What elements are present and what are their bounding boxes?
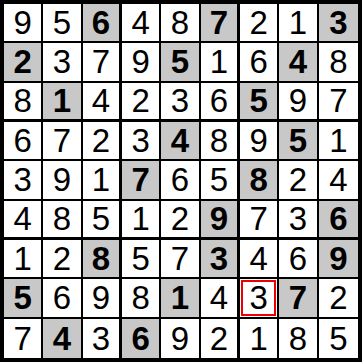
cell-r3c1[interactable]: 8 bbox=[4, 83, 43, 122]
cell-r1c6[interactable]: 7 bbox=[201, 4, 240, 43]
cell-r2c8[interactable]: 4 bbox=[279, 43, 318, 82]
cell-r1c5[interactable]: 8 bbox=[161, 4, 200, 43]
cell-digit: 8 bbox=[210, 124, 228, 157]
cell-digit: 7 bbox=[249, 202, 267, 235]
cell-r1c2[interactable]: 5 bbox=[43, 4, 82, 43]
cell-digit: 4 bbox=[210, 281, 228, 314]
cell-r2c7[interactable]: 6 bbox=[240, 43, 279, 82]
cell-r5c5[interactable]: 6 bbox=[161, 161, 200, 200]
cell-r1c1[interactable]: 9 bbox=[4, 4, 43, 43]
cell-digit: 5 bbox=[171, 45, 189, 78]
cell-digit: 2 bbox=[92, 124, 110, 157]
cell-r6c4[interactable]: 1 bbox=[122, 201, 161, 240]
cell-digit: 3 bbox=[13, 163, 31, 196]
cell-r7c7[interactable]: 4 bbox=[240, 240, 279, 279]
cell-digit: 5 bbox=[92, 202, 110, 235]
cell-r3c5[interactable]: 3 bbox=[161, 83, 200, 122]
cell-r7c9[interactable]: 9 bbox=[319, 240, 358, 279]
cell-digit: 4 bbox=[249, 242, 267, 275]
cell-digit: 3 bbox=[171, 84, 189, 117]
cell-r8c5[interactable]: 1 bbox=[161, 279, 200, 318]
cell-digit: 4 bbox=[53, 322, 71, 355]
cell-digit: 7 bbox=[329, 84, 347, 117]
cell-digit: 1 bbox=[329, 124, 347, 157]
cell-r2c3[interactable]: 7 bbox=[83, 43, 122, 82]
cell-digit: 7 bbox=[92, 45, 110, 78]
cell-r3c2[interactable]: 1 bbox=[43, 83, 82, 122]
cell-r4c8[interactable]: 5 bbox=[279, 122, 318, 161]
cell-digit: 2 bbox=[131, 84, 149, 117]
cell-digit: 8 bbox=[249, 163, 267, 196]
cell-digit: 6 bbox=[13, 124, 31, 157]
cell-r4c4[interactable]: 3 bbox=[122, 122, 161, 161]
cell-digit: 2 bbox=[171, 202, 189, 235]
cell-digit: 8 bbox=[289, 322, 307, 355]
cell-r9c7[interactable]: 1 bbox=[240, 319, 279, 358]
cell-digit: 5 bbox=[249, 84, 267, 117]
cell-r9c8[interactable]: 8 bbox=[279, 319, 318, 358]
cell-r9c3[interactable]: 3 bbox=[83, 319, 122, 358]
cell-digit: 1 bbox=[92, 163, 110, 196]
cell-digit: 1 bbox=[249, 322, 267, 355]
cell-digit: 6 bbox=[53, 281, 71, 314]
cell-digit: 7 bbox=[210, 6, 228, 39]
cell-digit: 5 bbox=[329, 322, 347, 355]
cell-r6c2[interactable]: 8 bbox=[43, 201, 82, 240]
cell-digit: 9 bbox=[289, 84, 307, 117]
cell-digit: 7 bbox=[131, 163, 149, 196]
cell-digit: 8 bbox=[171, 6, 189, 39]
cell-digit: 4 bbox=[289, 45, 307, 78]
cell-digit: 3 bbox=[131, 124, 149, 157]
cell-digit: 1 bbox=[131, 202, 149, 235]
cell-digit: 3 bbox=[92, 322, 110, 355]
cell-digit: 3 bbox=[249, 281, 267, 314]
cell-r2c2[interactable]: 3 bbox=[43, 43, 82, 82]
cell-digit: 5 bbox=[289, 124, 307, 157]
cell-r8c2[interactable]: 6 bbox=[43, 279, 82, 318]
cell-digit: 2 bbox=[249, 6, 267, 39]
cell-digit: 8 bbox=[53, 202, 71, 235]
cell-r4c2[interactable]: 7 bbox=[43, 122, 82, 161]
cell-digit: 4 bbox=[329, 163, 347, 196]
cell-digit: 6 bbox=[210, 84, 228, 117]
cell-digit: 3 bbox=[53, 45, 71, 78]
cell-digit: 1 bbox=[289, 6, 307, 39]
cell-r3c4[interactable]: 2 bbox=[122, 83, 161, 122]
cell-r2c9[interactable]: 8 bbox=[319, 43, 358, 82]
cell-r7c6[interactable]: 3 bbox=[201, 240, 240, 279]
cell-r1c9[interactable]: 3 bbox=[319, 4, 358, 43]
cell-digit: 9 bbox=[131, 45, 149, 78]
cell-digit: 7 bbox=[53, 124, 71, 157]
cell-digit: 4 bbox=[131, 6, 149, 39]
cell-r5c9[interactable]: 4 bbox=[319, 161, 358, 200]
cell-digit: 5 bbox=[131, 242, 149, 275]
cell-digit: 3 bbox=[210, 242, 228, 275]
cell-digit: 4 bbox=[92, 84, 110, 117]
cell-digit: 2 bbox=[53, 242, 71, 275]
cell-r2c4[interactable]: 9 bbox=[122, 43, 161, 82]
cell-r9c2[interactable]: 4 bbox=[43, 319, 82, 358]
cell-r4c1[interactable]: 6 bbox=[4, 122, 43, 161]
cell-r4c7[interactable]: 9 bbox=[240, 122, 279, 161]
cell-r5c3[interactable]: 1 bbox=[83, 161, 122, 200]
cell-r6c1[interactable]: 4 bbox=[4, 201, 43, 240]
cell-r7c2[interactable]: 2 bbox=[43, 240, 82, 279]
cell-r5c8[interactable]: 2 bbox=[279, 161, 318, 200]
cell-digit: 6 bbox=[289, 242, 307, 275]
cell-r8c1[interactable]: 5 bbox=[4, 279, 43, 318]
cell-r7c3[interactable]: 8 bbox=[83, 240, 122, 279]
cell-digit: 7 bbox=[289, 281, 307, 314]
cell-r4c5[interactable]: 4 bbox=[161, 122, 200, 161]
cell-r7c4[interactable]: 5 bbox=[122, 240, 161, 279]
cell-r8c7-selected[interactable]: 3 bbox=[240, 279, 279, 318]
cell-digit: 8 bbox=[329, 45, 347, 78]
cell-r6c3[interactable]: 5 bbox=[83, 201, 122, 240]
cell-r8c8[interactable]: 7 bbox=[279, 279, 318, 318]
cell-r1c8[interactable]: 1 bbox=[279, 4, 318, 43]
cell-digit: 5 bbox=[210, 163, 228, 196]
cell-r4c3[interactable]: 2 bbox=[83, 122, 122, 161]
cell-digit: 1 bbox=[171, 281, 189, 314]
cell-r5c4[interactable]: 7 bbox=[122, 161, 161, 200]
cell-digit: 5 bbox=[13, 281, 31, 314]
cell-r1c4[interactable]: 4 bbox=[122, 4, 161, 43]
cell-digit: 8 bbox=[131, 281, 149, 314]
cell-digit: 5 bbox=[53, 6, 71, 39]
cell-r1c3[interactable]: 6 bbox=[83, 4, 122, 43]
cell-digit: 2 bbox=[13, 45, 31, 78]
cell-digit: 4 bbox=[171, 124, 189, 157]
cell-r9c1[interactable]: 7 bbox=[4, 319, 43, 358]
cell-digit: 7 bbox=[171, 242, 189, 275]
cell-digit: 3 bbox=[289, 202, 307, 235]
cell-digit: 9 bbox=[171, 322, 189, 355]
cell-digit: 2 bbox=[289, 163, 307, 196]
cell-digit: 9 bbox=[249, 124, 267, 157]
cell-r8c4[interactable]: 8 bbox=[122, 279, 161, 318]
cell-digit: 6 bbox=[249, 45, 267, 78]
cell-digit: 4 bbox=[13, 202, 31, 235]
cell-digit: 9 bbox=[92, 281, 110, 314]
cell-digit: 2 bbox=[329, 281, 347, 314]
cell-r8c3[interactable]: 9 bbox=[83, 279, 122, 318]
cell-digit: 9 bbox=[13, 6, 31, 39]
cell-digit: 6 bbox=[131, 322, 149, 355]
cell-digit: 6 bbox=[329, 202, 347, 235]
cell-r4c9[interactable]: 1 bbox=[319, 122, 358, 161]
cell-r3c8[interactable]: 9 bbox=[279, 83, 318, 122]
cell-r5c1[interactable]: 3 bbox=[4, 161, 43, 200]
cell-r1c7[interactable]: 2 bbox=[240, 4, 279, 43]
cell-r5c7[interactable]: 8 bbox=[240, 161, 279, 200]
cell-r7c8[interactable]: 6 bbox=[279, 240, 318, 279]
cell-r8c9[interactable]: 2 bbox=[319, 279, 358, 318]
cell-digit: 1 bbox=[53, 84, 71, 117]
cell-r2c6[interactable]: 1 bbox=[201, 43, 240, 82]
cell-digit: 9 bbox=[329, 242, 347, 275]
cell-digit: 7 bbox=[13, 322, 31, 355]
cell-r4c6[interactable]: 8 bbox=[201, 122, 240, 161]
cell-r2c5[interactable]: 5 bbox=[161, 43, 200, 82]
cell-r3c3[interactable]: 4 bbox=[83, 83, 122, 122]
cell-r6c8[interactable]: 3 bbox=[279, 201, 318, 240]
cell-r3c9[interactable]: 7 bbox=[319, 83, 358, 122]
cell-r6c7[interactable]: 7 bbox=[240, 201, 279, 240]
cell-digit: 8 bbox=[92, 242, 110, 275]
cell-digit: 1 bbox=[210, 45, 228, 78]
cell-r7c1[interactable]: 1 bbox=[4, 240, 43, 279]
cell-digit: 8 bbox=[13, 84, 31, 117]
cell-r9c9[interactable]: 5 bbox=[319, 319, 358, 358]
cell-r6c6[interactable]: 9 bbox=[201, 201, 240, 240]
cell-digit: 1 bbox=[13, 242, 31, 275]
cell-r3c7[interactable]: 5 bbox=[240, 83, 279, 122]
cell-r9c4[interactable]: 6 bbox=[122, 319, 161, 358]
cell-r5c2[interactable]: 9 bbox=[43, 161, 82, 200]
cell-r2c1[interactable]: 2 bbox=[4, 43, 43, 82]
sudoku-board: 9564872132379516488142365976723489513917… bbox=[0, 0, 362, 362]
cell-digit: 6 bbox=[92, 6, 110, 39]
cell-digit: 3 bbox=[329, 6, 347, 39]
cell-r5c6[interactable]: 5 bbox=[201, 161, 240, 200]
cell-r3c6[interactable]: 6 bbox=[201, 83, 240, 122]
cell-r9c6[interactable]: 2 bbox=[201, 319, 240, 358]
cell-r6c5[interactable]: 2 bbox=[161, 201, 200, 240]
cell-digit: 9 bbox=[210, 202, 228, 235]
cell-digit: 6 bbox=[171, 163, 189, 196]
cell-r6c9[interactable]: 6 bbox=[319, 201, 358, 240]
cell-r8c6[interactable]: 4 bbox=[201, 279, 240, 318]
cell-digit: 9 bbox=[53, 163, 71, 196]
cell-r7c5[interactable]: 7 bbox=[161, 240, 200, 279]
cell-r9c5[interactable]: 9 bbox=[161, 319, 200, 358]
cell-digit: 2 bbox=[210, 322, 228, 355]
